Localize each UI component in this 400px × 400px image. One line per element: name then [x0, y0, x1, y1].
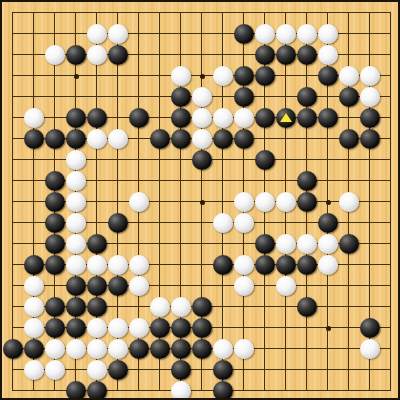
black-stone [339, 87, 359, 107]
black-stone [255, 234, 275, 254]
white-stone [234, 213, 254, 233]
black-stone [276, 45, 296, 65]
white-stone [66, 255, 86, 275]
white-stone [339, 66, 359, 86]
white-stone [297, 234, 317, 254]
black-stone [297, 171, 317, 191]
white-stone [66, 192, 86, 212]
black-stone [192, 297, 212, 317]
last-move-triangle-marker [280, 113, 292, 122]
black-stone [45, 297, 65, 317]
white-stone [213, 339, 233, 359]
star-point [200, 200, 205, 205]
black-stone [45, 192, 65, 212]
white-stone [360, 339, 380, 359]
black-stone [360, 318, 380, 338]
white-stone [150, 297, 170, 317]
black-stone [45, 171, 65, 191]
black-stone [87, 276, 107, 296]
black-stone [297, 108, 317, 128]
grid-line-horizontal [12, 369, 391, 370]
black-stone [276, 255, 296, 275]
black-stone [339, 234, 359, 254]
white-stone [108, 255, 128, 275]
white-stone [129, 318, 149, 338]
white-stone [24, 108, 44, 128]
black-stone [318, 108, 338, 128]
black-stone [234, 129, 254, 149]
black-stone [66, 45, 86, 65]
black-stone [66, 276, 86, 296]
white-stone [66, 150, 86, 170]
white-stone [87, 339, 107, 359]
black-stone [234, 24, 254, 44]
black-stone [108, 276, 128, 296]
star-point [326, 326, 331, 331]
black-stone [192, 150, 212, 170]
white-stone [297, 24, 317, 44]
white-stone [87, 255, 107, 275]
white-stone [213, 213, 233, 233]
black-stone [24, 129, 44, 149]
white-stone [24, 297, 44, 317]
black-stone [66, 108, 86, 128]
black-stone [339, 129, 359, 149]
white-stone [108, 24, 128, 44]
star-point [74, 74, 79, 79]
white-stone [318, 234, 338, 254]
white-stone [234, 255, 254, 275]
black-stone [318, 66, 338, 86]
black-stone [66, 129, 86, 149]
black-stone [45, 213, 65, 233]
white-stone [192, 129, 212, 149]
black-stone [255, 45, 275, 65]
black-stone [150, 129, 170, 149]
black-stone [234, 66, 254, 86]
go-game-screenshot [0, 0, 400, 400]
black-stone [171, 87, 191, 107]
black-stone [66, 318, 86, 338]
white-stone [276, 234, 296, 254]
white-stone [24, 318, 44, 338]
black-stone [297, 255, 317, 275]
black-stone [192, 318, 212, 338]
white-stone [66, 171, 86, 191]
white-stone [66, 213, 86, 233]
black-stone [297, 192, 317, 212]
go-board[interactable] [0, 0, 400, 400]
black-stone [150, 318, 170, 338]
white-stone [66, 234, 86, 254]
black-stone [192, 339, 212, 359]
white-stone [234, 339, 254, 359]
black-stone [171, 360, 191, 380]
white-stone [45, 339, 65, 359]
white-stone [45, 45, 65, 65]
grid-line-vertical [390, 12, 391, 391]
white-stone [234, 192, 254, 212]
black-stone [3, 339, 23, 359]
white-stone [129, 276, 149, 296]
black-stone [234, 87, 254, 107]
white-stone [318, 255, 338, 275]
white-stone [24, 360, 44, 380]
black-stone [171, 339, 191, 359]
white-stone [213, 66, 233, 86]
black-stone [66, 381, 86, 400]
black-stone [150, 339, 170, 359]
white-stone [318, 24, 338, 44]
white-stone [192, 108, 212, 128]
white-stone [171, 297, 191, 317]
black-stone [24, 255, 44, 275]
black-stone [213, 381, 233, 400]
black-stone [297, 45, 317, 65]
white-stone [87, 129, 107, 149]
black-stone [255, 66, 275, 86]
white-stone [276, 276, 296, 296]
black-stone [87, 108, 107, 128]
white-stone [129, 255, 149, 275]
black-stone [24, 339, 44, 359]
black-stone [255, 150, 275, 170]
white-stone [255, 192, 275, 212]
black-stone [87, 234, 107, 254]
black-stone [171, 108, 191, 128]
white-stone [108, 318, 128, 338]
white-stone [213, 108, 233, 128]
black-stone [297, 87, 317, 107]
black-stone [213, 360, 233, 380]
black-stone [108, 45, 128, 65]
white-stone [24, 276, 44, 296]
black-stone [66, 297, 86, 317]
white-stone [87, 360, 107, 380]
black-stone [171, 318, 191, 338]
star-point [326, 200, 331, 205]
white-stone [192, 87, 212, 107]
black-stone [171, 129, 191, 149]
black-stone [360, 108, 380, 128]
white-stone [66, 339, 86, 359]
white-stone [171, 381, 191, 400]
black-stone [129, 339, 149, 359]
black-stone [45, 234, 65, 254]
white-stone [276, 192, 296, 212]
black-stone [213, 129, 233, 149]
white-stone [360, 66, 380, 86]
black-stone [129, 108, 149, 128]
white-stone [129, 192, 149, 212]
white-stone [360, 87, 380, 107]
white-stone [87, 24, 107, 44]
black-stone [108, 360, 128, 380]
white-stone [276, 24, 296, 44]
white-stone [339, 192, 359, 212]
white-stone [234, 108, 254, 128]
white-stone [108, 129, 128, 149]
black-stone [87, 381, 107, 400]
white-stone [318, 45, 338, 65]
white-stone [45, 360, 65, 380]
black-stone [255, 255, 275, 275]
black-stone [87, 297, 107, 317]
white-stone [234, 276, 254, 296]
black-stone [45, 255, 65, 275]
black-stone [255, 108, 275, 128]
black-stone [360, 129, 380, 149]
black-stone [318, 213, 338, 233]
white-stone [255, 24, 275, 44]
star-point [200, 74, 205, 79]
black-stone [108, 213, 128, 233]
white-stone [87, 318, 107, 338]
black-stone [297, 297, 317, 317]
white-stone [108, 339, 128, 359]
white-stone [171, 66, 191, 86]
black-stone [45, 318, 65, 338]
black-stone [213, 255, 233, 275]
white-stone [87, 45, 107, 65]
black-stone [45, 129, 65, 149]
